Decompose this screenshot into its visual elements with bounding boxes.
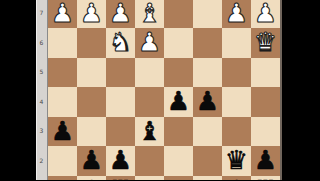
square-d6[interactable]: ♟ [135, 28, 164, 58]
square-h1[interactable]: ♜ [251, 176, 280, 181]
square-e5[interactable] [164, 58, 193, 88]
square-f1[interactable] [193, 176, 222, 181]
letterbox-right [282, 0, 320, 180]
board-coordinate-frame: 765432 [36, 0, 48, 180]
square-e1[interactable] [164, 176, 193, 181]
white-pawn: ♟ [225, 0, 248, 28]
square-b3[interactable] [77, 117, 106, 147]
square-h5[interactable] [251, 58, 280, 88]
square-a5[interactable] [48, 58, 77, 88]
rank-label-4: 4 [36, 98, 47, 106]
square-b2[interactable]: ♟ [77, 146, 106, 176]
square-b7[interactable]: ♟ [77, 0, 106, 28]
square-g3[interactable] [222, 117, 251, 147]
square-g2[interactable]: ♛ [222, 146, 251, 176]
square-d5[interactable] [135, 58, 164, 88]
square-d2[interactable] [135, 146, 164, 176]
square-d4[interactable] [135, 87, 164, 117]
square-h6[interactable]: ♛ [251, 28, 280, 58]
white-queen: ♛ [254, 28, 277, 58]
square-e7[interactable] [164, 0, 193, 28]
square-g4[interactable] [222, 87, 251, 117]
black-rook: ♜ [109, 176, 132, 181]
square-c4[interactable] [106, 87, 135, 117]
square-c7[interactable]: ♟ [106, 0, 135, 28]
black-pawn: ♟ [167, 87, 190, 117]
white-pawn: ♟ [51, 0, 74, 28]
letterbox-left [0, 0, 36, 180]
black-rook: ♜ [254, 176, 277, 181]
square-b1[interactable]: ♝ [77, 176, 106, 181]
square-f6[interactable] [193, 28, 222, 58]
black-pawn: ♟ [196, 87, 219, 117]
rank-label-7: 7 [36, 9, 47, 17]
square-c1[interactable]: ♜ [106, 176, 135, 181]
square-b4[interactable] [77, 87, 106, 117]
black-pawn: ♟ [80, 146, 103, 176]
video-frame: 765432 ♟♟♟♝♟♟♞♟♛♟♟♟♝♟♟♛♟♝♜♚♜ [0, 0, 320, 180]
square-d1[interactable] [135, 176, 164, 181]
square-c3[interactable] [106, 117, 135, 147]
square-a4[interactable] [48, 87, 77, 117]
square-b6[interactable] [77, 28, 106, 58]
black-bishop: ♝ [80, 176, 103, 181]
square-h2[interactable]: ♟ [251, 146, 280, 176]
square-e2[interactable] [164, 146, 193, 176]
square-c5[interactable] [106, 58, 135, 88]
white-pawn: ♟ [254, 0, 277, 28]
square-a3[interactable]: ♟ [48, 117, 77, 147]
square-h4[interactable] [251, 87, 280, 117]
square-f5[interactable] [193, 58, 222, 88]
white-pawn: ♟ [109, 0, 132, 28]
square-h3[interactable] [251, 117, 280, 147]
square-e6[interactable] [164, 28, 193, 58]
black-pawn: ♟ [109, 146, 132, 176]
square-g1[interactable]: ♚ [222, 176, 251, 181]
square-a7[interactable]: ♟ [48, 0, 77, 28]
square-e4[interactable]: ♟ [164, 87, 193, 117]
square-a2[interactable] [48, 146, 77, 176]
square-g6[interactable] [222, 28, 251, 58]
square-g7[interactable]: ♟ [222, 0, 251, 28]
square-f2[interactable] [193, 146, 222, 176]
rank-label-3: 3 [36, 127, 47, 135]
square-a6[interactable] [48, 28, 77, 58]
square-c6[interactable]: ♞ [106, 28, 135, 58]
square-c2[interactable]: ♟ [106, 146, 135, 176]
square-f4[interactable]: ♟ [193, 87, 222, 117]
white-pawn: ♟ [80, 0, 103, 28]
black-king: ♚ [225, 176, 248, 181]
square-d3[interactable]: ♝ [135, 117, 164, 147]
square-g5[interactable] [222, 58, 251, 88]
square-b5[interactable] [77, 58, 106, 88]
square-f7[interactable] [193, 0, 222, 28]
black-pawn: ♟ [51, 117, 74, 147]
black-queen: ♛ [225, 146, 248, 176]
white-bishop: ♝ [138, 0, 161, 28]
square-f3[interactable] [193, 117, 222, 147]
square-a1[interactable] [48, 176, 77, 181]
black-pawn: ♟ [254, 146, 277, 176]
chess-board[interactable]: ♟♟♟♝♟♟♞♟♛♟♟♟♝♟♟♛♟♝♜♚♜ [48, 0, 280, 180]
black-bishop: ♝ [138, 117, 161, 147]
rank-label-2: 2 [36, 157, 47, 165]
square-e3[interactable] [164, 117, 193, 147]
rank-label-6: 6 [36, 39, 47, 47]
square-h7[interactable]: ♟ [251, 0, 280, 28]
square-d7[interactable]: ♝ [135, 0, 164, 28]
rank-label-5: 5 [36, 68, 47, 76]
white-pawn: ♟ [138, 28, 161, 58]
white-knight: ♞ [109, 28, 132, 58]
